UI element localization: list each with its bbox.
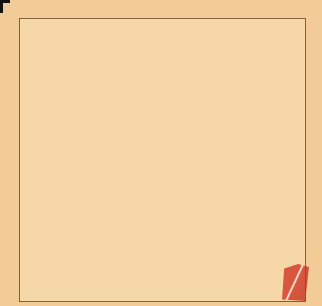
- watermark-logo-icon: [282, 264, 309, 301]
- go-game-screenshot: [0, 0, 322, 306]
- crop-corner-icon: [0, 0, 3, 13]
- goban-board[interactable]: [19, 18, 306, 303]
- watermark: [282, 264, 319, 304]
